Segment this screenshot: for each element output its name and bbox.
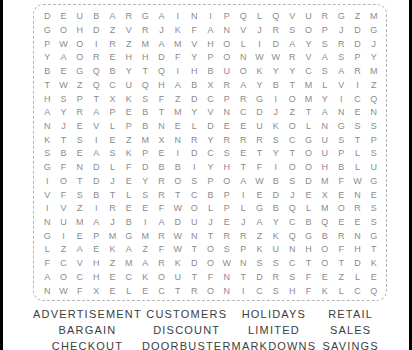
- grid-cell: T: [170, 188, 186, 202]
- grid-cell: R: [333, 37, 349, 51]
- grid-cell: R: [153, 229, 169, 243]
- grid-cell: K: [121, 92, 137, 106]
- grid-cell: F: [72, 284, 88, 298]
- grid-cell: O: [55, 271, 71, 285]
- grid-cell: D: [153, 51, 169, 65]
- grid-cell: G: [366, 229, 382, 243]
- grid-cell: E: [104, 133, 120, 147]
- grid-cell: I: [88, 133, 104, 147]
- grid-cell: E: [104, 284, 120, 298]
- grid-cell: R: [153, 257, 169, 271]
- grid-cell: H: [153, 79, 169, 93]
- grid-cell: B: [202, 188, 218, 202]
- grid-cell: F: [333, 175, 349, 189]
- grid-cell: L: [349, 161, 365, 175]
- grid-cell: R: [235, 92, 251, 106]
- grid-cell: O: [55, 24, 71, 38]
- grid-cell: K: [170, 24, 186, 38]
- grid-cell: B: [137, 120, 153, 134]
- grid-cell: O: [284, 120, 300, 134]
- grid-cell: E: [121, 175, 137, 189]
- grid-cell: J: [235, 216, 251, 230]
- grid-cell: E: [55, 10, 71, 24]
- grid-cell: P: [88, 229, 104, 243]
- grid-cell: Y: [137, 175, 153, 189]
- grid-cell: E: [55, 65, 71, 79]
- grid-cell: T: [300, 106, 316, 120]
- grid-cell: W: [349, 175, 365, 189]
- grid-cell: E: [219, 120, 235, 134]
- grid-cell: N: [235, 257, 251, 271]
- grid-cell: A: [153, 37, 169, 51]
- grid-cell: O: [317, 257, 333, 271]
- grid-cell: I: [235, 188, 251, 202]
- grid-cell: A: [55, 51, 71, 65]
- grid-cell: W: [55, 284, 71, 298]
- grid-cell: G: [300, 133, 316, 147]
- grid-cell: D: [300, 175, 316, 189]
- grid-cell: S: [268, 257, 284, 271]
- grid-cell: N: [153, 120, 169, 134]
- grid-cell: P: [219, 10, 235, 24]
- grid-cell: J: [55, 120, 71, 134]
- grid-cell: K: [137, 271, 153, 285]
- grid-cell: Y: [366, 51, 382, 65]
- grid-cell: L: [317, 79, 333, 93]
- word-list-item: CHECKOUT: [33, 338, 142, 350]
- grid-cell: O: [300, 161, 316, 175]
- grid-cell: Z: [55, 243, 71, 257]
- grid-cell: N: [219, 271, 235, 285]
- grid-cell: G: [39, 161, 55, 175]
- word-list-item: LIMITED: [232, 322, 317, 338]
- grid-cell: B: [39, 65, 55, 79]
- grid-cell: C: [104, 79, 120, 93]
- grid-cell: D: [186, 147, 202, 161]
- grid-cell: W: [170, 202, 186, 216]
- grid-cell: U: [170, 271, 186, 285]
- grid-cell: N: [366, 106, 382, 120]
- grid-cell: W: [55, 79, 71, 93]
- grid-cell: H: [317, 161, 333, 175]
- grid-cell: I: [88, 37, 104, 51]
- grid-cell: A: [317, 106, 333, 120]
- grid-cell: E: [72, 120, 88, 134]
- grid-cell: B: [300, 216, 316, 230]
- grid-cell: V: [333, 79, 349, 93]
- grid-cell: F: [333, 243, 349, 257]
- grid-cell: I: [251, 37, 267, 51]
- grid-cell: D: [268, 188, 284, 202]
- grid-cell: Q: [88, 65, 104, 79]
- grid-cell: H: [219, 161, 235, 175]
- grid-cell: M: [317, 202, 333, 216]
- word-list-item: SAVINGS: [316, 338, 385, 350]
- grid-cell: Y: [202, 161, 218, 175]
- grid-cell: S: [349, 120, 365, 134]
- grid-cell: J: [153, 24, 169, 38]
- grid-cell: S: [366, 216, 382, 230]
- grid-cell: A: [137, 257, 153, 271]
- grid-cell: T: [366, 243, 382, 257]
- grid-cell: I: [55, 229, 71, 243]
- grid-cell: Y: [284, 65, 300, 79]
- grid-cell: Y: [268, 65, 284, 79]
- grid-cell: F: [153, 243, 169, 257]
- grid-cell: L: [349, 147, 365, 161]
- grid-cell: L: [121, 284, 137, 298]
- grid-cell: C: [202, 92, 218, 106]
- grid-cell: Q: [284, 202, 300, 216]
- grid-cell: Q: [317, 216, 333, 230]
- grid-cell: E: [349, 216, 365, 230]
- grid-cell: S: [366, 147, 382, 161]
- grid-cell: C: [300, 65, 316, 79]
- grid-cell: F: [202, 271, 218, 285]
- grid-cell: S: [268, 133, 284, 147]
- grid-cell: W: [268, 51, 284, 65]
- grid-cell: S: [317, 37, 333, 51]
- grid-cell: P: [219, 188, 235, 202]
- grid-cell: Z: [104, 24, 120, 38]
- grid-cell: U: [317, 133, 333, 147]
- grid-cell: Z: [251, 229, 267, 243]
- grid-cell: B: [268, 79, 284, 93]
- grid-cell: A: [251, 216, 267, 230]
- grid-cell: O: [317, 243, 333, 257]
- grid-cell: M: [72, 216, 88, 230]
- grid-cell: B: [104, 65, 120, 79]
- grid-cell: S: [284, 24, 300, 38]
- grid-cell: R: [121, 10, 137, 24]
- grid-cell: V: [235, 24, 251, 38]
- grid-cell: J: [366, 37, 382, 51]
- grid-cell: E: [366, 188, 382, 202]
- grid-cell: U: [251, 120, 267, 134]
- grid-cell: C: [121, 271, 137, 285]
- grid-cell: L: [349, 271, 365, 285]
- grid-cell: P: [317, 24, 333, 38]
- grid-cell: C: [284, 216, 300, 230]
- grid-cell: S: [333, 133, 349, 147]
- grid-cell: Y: [268, 147, 284, 161]
- grid-cell: N: [219, 24, 235, 38]
- grid-cell: U: [186, 216, 202, 230]
- grid-cell: P: [202, 51, 218, 65]
- grid-cell: Y: [268, 216, 284, 230]
- grid-cell: S: [317, 65, 333, 79]
- grid-cell: Y: [202, 133, 218, 147]
- grid-cell: D: [170, 216, 186, 230]
- grid-cell: H: [300, 243, 316, 257]
- grid-cell: R: [219, 229, 235, 243]
- grid-cell: B: [202, 65, 218, 79]
- grid-cell: L: [300, 202, 316, 216]
- grid-cell: R: [349, 202, 365, 216]
- grid-cell: O: [153, 271, 169, 285]
- grid-cell: P: [219, 92, 235, 106]
- grid-cell: K: [317, 284, 333, 298]
- grid-cell: D: [349, 257, 365, 271]
- grid-cell: Y: [317, 92, 333, 106]
- grid-cell: M: [170, 106, 186, 120]
- grid-cell: X: [202, 79, 218, 93]
- grid-cell: E: [349, 106, 365, 120]
- grid-cell: Q: [284, 229, 300, 243]
- grid-cell: D: [202, 120, 218, 134]
- grid-cell: I: [39, 175, 55, 189]
- grid-cell: J: [268, 106, 284, 120]
- grid-cell: U: [268, 243, 284, 257]
- grid-cell: V: [39, 188, 55, 202]
- grid-cell: H: [121, 51, 137, 65]
- grid-cell: S: [72, 188, 88, 202]
- grid-cell: J: [202, 216, 218, 230]
- grid-cell: Z: [72, 202, 88, 216]
- grid-cell: B: [268, 202, 284, 216]
- grid-cell: W: [170, 229, 186, 243]
- grid-cell: U: [366, 161, 382, 175]
- grid-cell: P: [202, 175, 218, 189]
- grid-cell: T: [349, 133, 365, 147]
- grid-cell: T: [284, 147, 300, 161]
- grid-cell: S: [137, 92, 153, 106]
- grid-cell: I: [186, 161, 202, 175]
- grid-cell: E: [104, 51, 120, 65]
- grid-cell: Y: [39, 51, 55, 65]
- grid-cell: E: [170, 120, 186, 134]
- grid-cell: P: [235, 243, 251, 257]
- grid-cell: R: [349, 65, 365, 79]
- grid-cell: F: [153, 202, 169, 216]
- grid-cell: P: [333, 147, 349, 161]
- grid-cell: O: [284, 92, 300, 106]
- grid-cell: B: [153, 161, 169, 175]
- grid-cell: G: [39, 229, 55, 243]
- grid-cell: A: [153, 10, 169, 24]
- grid-cell: G: [72, 65, 88, 79]
- grid-cell: M: [366, 65, 382, 79]
- grid-cell: V: [284, 10, 300, 24]
- grid-cell: U: [219, 65, 235, 79]
- grid-cell: O: [186, 202, 202, 216]
- grid-cell: F: [300, 284, 316, 298]
- grid-cell: R: [317, 10, 333, 24]
- grid-cell: L: [333, 284, 349, 298]
- grid-cell: C: [349, 284, 365, 298]
- grid-cell: R: [72, 106, 88, 120]
- grid-cell: G: [366, 175, 382, 189]
- grid-cell: W: [251, 51, 267, 65]
- grid-cell: C: [153, 284, 169, 298]
- grid-cell: N: [219, 284, 235, 298]
- grid-cell: E: [366, 271, 382, 285]
- grid-cell: Z: [366, 79, 382, 93]
- grid-cell: V: [88, 120, 104, 134]
- word-list-item: MARKDOWNS: [232, 338, 317, 350]
- grid-cell: J: [251, 24, 267, 38]
- grid-cell: C: [55, 257, 71, 271]
- grid-cell: B: [317, 229, 333, 243]
- grid-cell: H: [137, 51, 153, 65]
- grid-cell: M: [137, 37, 153, 51]
- grid-cell: D: [88, 175, 104, 189]
- grid-cell: E: [219, 216, 235, 230]
- grid-cell: H: [284, 284, 300, 298]
- grid-cell: I: [170, 65, 186, 79]
- grid-cell: Y: [55, 106, 71, 120]
- grid-cell: E: [251, 188, 267, 202]
- grid-cell: O: [219, 51, 235, 65]
- grid-cell: L: [235, 202, 251, 216]
- grid-cell: E: [333, 216, 349, 230]
- grid-cell: I: [235, 284, 251, 298]
- grid-cell: I: [170, 10, 186, 24]
- grid-cell: S: [39, 147, 55, 161]
- grid-cell: M: [121, 257, 137, 271]
- grid-cell: A: [170, 79, 186, 93]
- grid-cell: F: [39, 257, 55, 271]
- grid-cell: T: [72, 175, 88, 189]
- grid-cell: L: [104, 161, 120, 175]
- grid-cell: R: [251, 133, 267, 147]
- grid-cell: L: [39, 243, 55, 257]
- grid-cell: T: [39, 79, 55, 93]
- grid-cell: F: [251, 161, 267, 175]
- grid-cell: R: [186, 133, 202, 147]
- grid-cell: T: [186, 271, 202, 285]
- grid-cell: S: [251, 257, 267, 271]
- grid-cell: X: [317, 188, 333, 202]
- grid-cell: V: [121, 24, 137, 38]
- grid-cell: V: [300, 51, 316, 65]
- grid-cell: G: [251, 202, 267, 216]
- grid-cell: V: [186, 37, 202, 51]
- grid-cell: K: [251, 65, 267, 79]
- grid-cell: P: [219, 202, 235, 216]
- grid-cell: G: [39, 24, 55, 38]
- grid-cell: M: [317, 175, 333, 189]
- grid-cell: S: [104, 147, 120, 161]
- grid-cell: Q: [268, 10, 284, 24]
- grid-cell: D: [251, 271, 267, 285]
- grid-cell: O: [284, 161, 300, 175]
- grid-cell: F: [186, 24, 202, 38]
- grid-cell: P: [104, 106, 120, 120]
- grid-cell: J: [104, 216, 120, 230]
- grid-cell: B: [55, 147, 71, 161]
- grid-cell: T: [235, 271, 251, 285]
- grid-cell: H: [186, 65, 202, 79]
- grid-cell: M: [300, 92, 316, 106]
- grid-cell: O: [72, 37, 88, 51]
- grid-cell: D: [39, 10, 55, 24]
- grid-cell: E: [121, 106, 137, 120]
- grid-cell: S: [366, 120, 382, 134]
- grid-cell: O: [235, 65, 251, 79]
- grid-cell: A: [88, 216, 104, 230]
- grid-cell: P: [366, 133, 382, 147]
- grid-cell: O: [202, 257, 218, 271]
- grid-cell: D: [88, 161, 104, 175]
- grid-cell: T: [55, 133, 71, 147]
- grid-cell: S: [219, 147, 235, 161]
- grid-cell: S: [55, 92, 71, 106]
- grid-cell: Z: [170, 92, 186, 106]
- grid-cell: M: [300, 79, 316, 93]
- grid-cell: S: [72, 133, 88, 147]
- grid-cell: Y: [121, 65, 137, 79]
- grid-cell: G: [121, 229, 137, 243]
- grid-cell: A: [39, 271, 55, 285]
- grid-cell: S: [137, 188, 153, 202]
- grid-cell: Q: [153, 65, 169, 79]
- grid-cell: M: [137, 229, 153, 243]
- word-search-puzzle-page: DEUBARGAINIPQLQVURGZMGOHDZVRJKFANVJRSOPJ…: [0, 0, 412, 350]
- grid-cell: E: [137, 202, 153, 216]
- grid-cell: L: [121, 188, 137, 202]
- grid-cell: E: [88, 243, 104, 257]
- grid-cell: R: [137, 24, 153, 38]
- grid-cell: G: [251, 92, 267, 106]
- grid-cell: L: [186, 120, 202, 134]
- grid-cell: R: [219, 79, 235, 93]
- grid-cell: B: [186, 79, 202, 93]
- grid-cell: U: [317, 147, 333, 161]
- grid-cell: R: [235, 229, 251, 243]
- grid-cell: R: [88, 51, 104, 65]
- grid-cell: D: [349, 37, 365, 51]
- grid-cell: F: [300, 271, 316, 285]
- grid-cell: I: [268, 92, 284, 106]
- grid-cell: O: [219, 37, 235, 51]
- grid-cell: I: [333, 92, 349, 106]
- grid-cell: B: [137, 106, 153, 120]
- grid-cell: T: [284, 79, 300, 93]
- grid-cell: F: [55, 161, 71, 175]
- grid-cell: O: [219, 175, 235, 189]
- grid-cell: N: [39, 216, 55, 230]
- grid-cell: G: [333, 120, 349, 134]
- grid-cell: K: [39, 133, 55, 147]
- grid-cell: T: [137, 65, 153, 79]
- grid-cell: D: [268, 37, 284, 51]
- grid-cell: N: [333, 106, 349, 120]
- grid-cell: H: [202, 37, 218, 51]
- grid-cell: C: [284, 133, 300, 147]
- grid-cell: B: [333, 161, 349, 175]
- grid-cell: N: [186, 10, 202, 24]
- grid-cell: W: [170, 243, 186, 257]
- grid-cell: O: [300, 24, 316, 38]
- grid-cell: O: [202, 284, 218, 298]
- grid-cell: A: [284, 37, 300, 51]
- word-list-item: SALES: [316, 322, 385, 338]
- grid-cell: D: [186, 92, 202, 106]
- grid-cell: N: [349, 229, 365, 243]
- grid-cell: Z: [333, 271, 349, 285]
- grid-cell: H: [88, 271, 104, 285]
- word-list-item: HOLIDAYS: [232, 306, 317, 322]
- grid-cell: C: [284, 257, 300, 271]
- grid-cell: E: [333, 188, 349, 202]
- grid-cell: E: [72, 229, 88, 243]
- grid-cell: R: [104, 202, 120, 216]
- grid-cell: R: [219, 133, 235, 147]
- grid-cell: I: [137, 216, 153, 230]
- grid-cell: O: [55, 175, 71, 189]
- grid-cell: M: [104, 229, 120, 243]
